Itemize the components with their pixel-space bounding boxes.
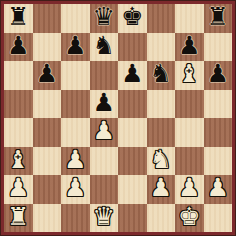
square-d3[interactable] — [90, 147, 119, 176]
square-a7[interactable]: ♟ — [4, 33, 33, 62]
square-c5[interactable] — [61, 90, 90, 119]
white-pawn-c3[interactable]: ♟ — [64, 147, 86, 175]
white-pawn-f2[interactable]: ♟ — [150, 175, 172, 203]
square-h2[interactable]: ♟ — [204, 175, 233, 204]
white-bishop-g6[interactable]: ♝ — [178, 61, 200, 89]
square-h6[interactable]: ♟ — [204, 61, 233, 90]
square-d8[interactable]: ♛ — [90, 4, 119, 33]
black-pawn-a7[interactable]: ♟ — [7, 33, 29, 61]
square-g1[interactable]: ♚ — [175, 204, 204, 233]
black-pawn-b6[interactable]: ♟ — [36, 61, 58, 89]
square-c8[interactable] — [61, 4, 90, 33]
white-knight-f3[interactable]: ♞ — [150, 147, 172, 175]
white-pawn-c2[interactable]: ♟ — [64, 175, 86, 203]
square-a3[interactable]: ♝ — [4, 147, 33, 176]
square-d5[interactable]: ♟ — [90, 90, 119, 119]
square-a1[interactable]: ♜ — [4, 204, 33, 233]
square-e4[interactable] — [118, 118, 147, 147]
square-h7[interactable] — [204, 33, 233, 62]
white-pawn-a2[interactable]: ♟ — [7, 175, 29, 203]
square-d7[interactable]: ♞ — [90, 33, 119, 62]
square-f7[interactable] — [147, 33, 176, 62]
square-f3[interactable]: ♞ — [147, 147, 176, 176]
white-pawn-h2[interactable]: ♟ — [207, 175, 229, 203]
black-pawn-d5[interactable]: ♟ — [93, 90, 115, 118]
square-e3[interactable] — [118, 147, 147, 176]
square-b6[interactable]: ♟ — [33, 61, 62, 90]
black-king-e8[interactable]: ♚ — [121, 4, 143, 32]
square-c4[interactable] — [61, 118, 90, 147]
square-f4[interactable] — [147, 118, 176, 147]
square-d1[interactable]: ♛ — [90, 204, 119, 233]
black-pawn-g7[interactable]: ♟ — [178, 33, 200, 61]
square-g2[interactable]: ♟ — [175, 175, 204, 204]
black-rook-a8[interactable]: ♜ — [7, 4, 29, 32]
white-pawn-g2[interactable]: ♟ — [178, 175, 200, 203]
black-knight-f6[interactable]: ♞ — [150, 61, 172, 89]
square-f8[interactable] — [147, 4, 176, 33]
square-g3[interactable] — [175, 147, 204, 176]
square-e7[interactable] — [118, 33, 147, 62]
white-king-g1[interactable]: ♚ — [178, 204, 200, 232]
square-h8[interactable]: ♜ — [204, 4, 233, 33]
square-c7[interactable]: ♟ — [61, 33, 90, 62]
square-g7[interactable]: ♟ — [175, 33, 204, 62]
square-e2[interactable] — [118, 175, 147, 204]
square-c1[interactable] — [61, 204, 90, 233]
black-knight-d7[interactable]: ♞ — [93, 33, 115, 61]
square-f1[interactable] — [147, 204, 176, 233]
square-f2[interactable]: ♟ — [147, 175, 176, 204]
chess-board-frame: ♜♛♚♜♟♟♞♟♟♟♞♝♟♟♟♝♟♞♟♟♟♟♟♜♛♚ — [0, 0, 236, 236]
square-b1[interactable] — [33, 204, 62, 233]
square-f6[interactable]: ♞ — [147, 61, 176, 90]
white-queen-d1[interactable]: ♛ — [93, 204, 115, 232]
square-c3[interactable]: ♟ — [61, 147, 90, 176]
square-b5[interactable] — [33, 90, 62, 119]
square-g5[interactable] — [175, 90, 204, 119]
square-g4[interactable] — [175, 118, 204, 147]
square-e8[interactable]: ♚ — [118, 4, 147, 33]
square-e1[interactable] — [118, 204, 147, 233]
square-a2[interactable]: ♟ — [4, 175, 33, 204]
square-e5[interactable] — [118, 90, 147, 119]
square-d6[interactable] — [90, 61, 119, 90]
square-d4[interactable]: ♟ — [90, 118, 119, 147]
square-h5[interactable] — [204, 90, 233, 119]
square-b7[interactable] — [33, 33, 62, 62]
square-g6[interactable]: ♝ — [175, 61, 204, 90]
black-queen-d8[interactable]: ♛ — [93, 4, 115, 32]
square-f5[interactable] — [147, 90, 176, 119]
square-h3[interactable] — [204, 147, 233, 176]
white-bishop-a3[interactable]: ♝ — [7, 147, 29, 175]
square-c6[interactable] — [61, 61, 90, 90]
square-b4[interactable] — [33, 118, 62, 147]
square-b2[interactable] — [33, 175, 62, 204]
square-a5[interactable] — [4, 90, 33, 119]
square-a8[interactable]: ♜ — [4, 4, 33, 33]
square-e6[interactable]: ♟ — [118, 61, 147, 90]
black-rook-h8[interactable]: ♜ — [207, 4, 229, 32]
square-b3[interactable] — [33, 147, 62, 176]
black-pawn-c7[interactable]: ♟ — [64, 33, 86, 61]
square-c2[interactable]: ♟ — [61, 175, 90, 204]
black-pawn-h6[interactable]: ♟ — [207, 61, 229, 89]
square-a6[interactable] — [4, 61, 33, 90]
white-rook-a1[interactable]: ♜ — [7, 204, 29, 232]
square-h4[interactable] — [204, 118, 233, 147]
square-h1[interactable] — [204, 204, 233, 233]
square-b8[interactable] — [33, 4, 62, 33]
square-d2[interactable] — [90, 175, 119, 204]
black-pawn-e6[interactable]: ♟ — [121, 61, 143, 89]
square-a4[interactable] — [4, 118, 33, 147]
square-g8[interactable] — [175, 4, 204, 33]
chess-board: ♜♛♚♜♟♟♞♟♟♟♞♝♟♟♟♝♟♞♟♟♟♟♟♜♛♚ — [4, 4, 232, 232]
white-pawn-d4[interactable]: ♟ — [93, 118, 115, 146]
